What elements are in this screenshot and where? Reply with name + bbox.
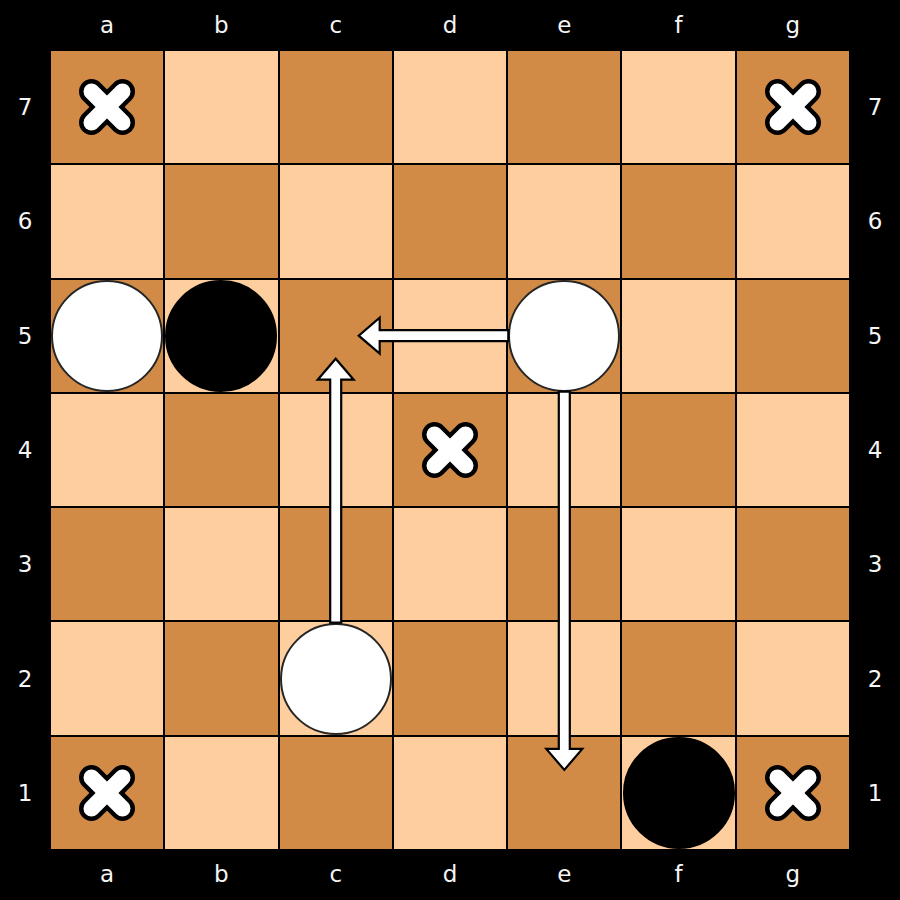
- square-g7[interactable]: [736, 50, 850, 164]
- file-label-bottom-g: g: [786, 861, 801, 887]
- file-label-bottom-b: b: [214, 861, 229, 887]
- rank-label-right-7: 7: [868, 94, 883, 120]
- rank-label-right-6: 6: [868, 208, 883, 234]
- square-d4[interactable]: [393, 393, 507, 507]
- rank-label-left-2: 2: [18, 666, 33, 692]
- rank-label-right-4: 4: [868, 437, 883, 463]
- rank-label-left-4: 4: [18, 437, 33, 463]
- rank-label-left-6: 6: [18, 208, 33, 234]
- square-e4[interactable]: [507, 393, 621, 507]
- square-b3[interactable]: [164, 507, 278, 621]
- square-e2[interactable]: [507, 621, 621, 735]
- square-e5[interactable]: [507, 279, 621, 393]
- square-a1[interactable]: [50, 736, 164, 850]
- file-label-top-b: b: [214, 12, 229, 38]
- square-d3[interactable]: [393, 507, 507, 621]
- square-g4[interactable]: [736, 393, 850, 507]
- square-c4[interactable]: [279, 393, 393, 507]
- square-f2[interactable]: [621, 621, 735, 735]
- square-e7[interactable]: [507, 50, 621, 164]
- file-label-top-c: c: [329, 12, 342, 38]
- rank-label-left-3: 3: [18, 551, 33, 577]
- square-f6[interactable]: [621, 164, 735, 278]
- square-e3[interactable]: [507, 507, 621, 621]
- square-c7[interactable]: [279, 50, 393, 164]
- square-c2[interactable]: [279, 621, 393, 735]
- square-a7[interactable]: [50, 50, 164, 164]
- file-label-top-g: g: [786, 12, 801, 38]
- square-d5[interactable]: [393, 279, 507, 393]
- square-c5[interactable]: [279, 279, 393, 393]
- rank-label-right-2: 2: [868, 666, 883, 692]
- square-a5[interactable]: [50, 279, 164, 393]
- square-a6[interactable]: [50, 164, 164, 278]
- square-g2[interactable]: [736, 621, 850, 735]
- square-f4[interactable]: [621, 393, 735, 507]
- square-b4[interactable]: [164, 393, 278, 507]
- file-label-bottom-c: c: [329, 861, 342, 887]
- board: [50, 50, 850, 850]
- square-a4[interactable]: [50, 393, 164, 507]
- square-d7[interactable]: [393, 50, 507, 164]
- file-label-bottom-e: e: [557, 861, 571, 887]
- square-g3[interactable]: [736, 507, 850, 621]
- square-a2[interactable]: [50, 621, 164, 735]
- square-e1[interactable]: [507, 736, 621, 850]
- square-c6[interactable]: [279, 164, 393, 278]
- rank-label-left-5: 5: [18, 323, 33, 349]
- square-f5[interactable]: [621, 279, 735, 393]
- square-b5[interactable]: [164, 279, 278, 393]
- square-d6[interactable]: [393, 164, 507, 278]
- square-f7[interactable]: [621, 50, 735, 164]
- square-d1[interactable]: [393, 736, 507, 850]
- square-b1[interactable]: [164, 736, 278, 850]
- game-diagram: aabbccddeeffgg77665544332211: [0, 0, 900, 900]
- square-e6[interactable]: [507, 164, 621, 278]
- file-label-bottom-f: f: [675, 861, 683, 887]
- file-label-bottom-a: a: [100, 861, 114, 887]
- square-g1[interactable]: [736, 736, 850, 850]
- rank-label-left-1: 1: [18, 780, 33, 806]
- square-g6[interactable]: [736, 164, 850, 278]
- square-f3[interactable]: [621, 507, 735, 621]
- file-label-top-a: a: [100, 12, 114, 38]
- square-g5[interactable]: [736, 279, 850, 393]
- square-c3[interactable]: [279, 507, 393, 621]
- rank-label-right-5: 5: [868, 323, 883, 349]
- file-label-top-e: e: [557, 12, 571, 38]
- square-b6[interactable]: [164, 164, 278, 278]
- square-a3[interactable]: [50, 507, 164, 621]
- square-f1[interactable]: [621, 736, 735, 850]
- file-label-top-f: f: [675, 12, 683, 38]
- square-b7[interactable]: [164, 50, 278, 164]
- square-d2[interactable]: [393, 621, 507, 735]
- file-label-top-d: d: [443, 12, 458, 38]
- file-label-bottom-d: d: [443, 861, 458, 887]
- square-c1[interactable]: [279, 736, 393, 850]
- rank-label-right-3: 3: [868, 551, 883, 577]
- rank-label-right-1: 1: [868, 780, 883, 806]
- square-b2[interactable]: [164, 621, 278, 735]
- rank-label-left-7: 7: [18, 94, 33, 120]
